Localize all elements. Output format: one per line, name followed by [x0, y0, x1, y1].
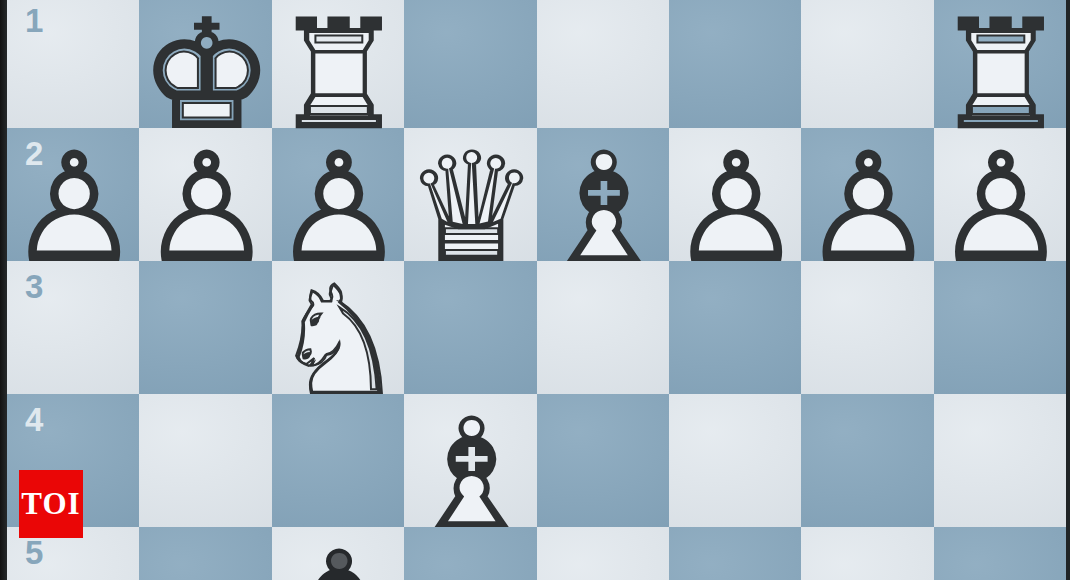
rank-label-4: 4 [25, 403, 43, 436]
white-pawn-outline: ♙ [669, 133, 803, 283]
white-king[interactable]: ♚♔ [139, 0, 271, 128]
white-pawn-outline: ♙ [801, 133, 935, 283]
toi-logo: TOI [19, 470, 83, 538]
screenshot-stage: 1♚♔♜♖♜♖2♟♙♟♙♟♙♛♕♝♗♟♙♟♙♟♙3♞♘4♝♗5♝♗ TOI [0, 0, 1070, 580]
black-bishop-outline: ♗ [272, 532, 406, 580]
square-h1[interactable]: 1 [7, 0, 139, 128]
square-d5[interactable] [537, 527, 669, 580]
square-g4[interactable] [139, 394, 271, 527]
white-bishop-outline: ♗ [404, 399, 538, 549]
square-a4[interactable] [934, 394, 1066, 527]
rank-label-1: 1 [25, 4, 43, 37]
square-e1[interactable] [404, 0, 536, 128]
square-e2[interactable]: ♛♕ [404, 128, 536, 261]
square-b1[interactable] [801, 0, 933, 128]
square-d1[interactable] [537, 0, 669, 128]
square-b4[interactable] [801, 394, 933, 527]
right-edge-bar [1066, 0, 1070, 580]
square-c4[interactable] [669, 394, 801, 527]
white-pawn-outline: ♙ [934, 133, 1068, 283]
white-pawn[interactable]: ♟♙ [669, 128, 801, 261]
left-edge-bar [0, 0, 7, 580]
white-queen-outline: ♕ [404, 133, 538, 283]
square-a1[interactable]: ♜♖ [934, 0, 1066, 128]
square-d2[interactable]: ♝♗ [537, 128, 669, 261]
white-rook[interactable]: ♜♖ [934, 0, 1066, 128]
square-c2[interactable]: ♟♙ [669, 128, 801, 261]
square-a5[interactable] [934, 527, 1066, 580]
square-f1[interactable]: ♜♖ [272, 0, 404, 128]
white-bishop-outline: ♗ [537, 133, 671, 283]
square-c1[interactable] [669, 0, 801, 128]
square-f5[interactable]: ♝♗ [272, 527, 404, 580]
white-knight[interactable]: ♞♘ [272, 261, 404, 394]
square-f3[interactable]: ♞♘ [272, 261, 404, 394]
square-a2[interactable]: ♟♙ [934, 128, 1066, 261]
square-b2[interactable]: ♟♙ [801, 128, 933, 261]
white-queen[interactable]: ♛♕ [404, 128, 536, 261]
square-d4[interactable] [537, 394, 669, 527]
white-bishop[interactable]: ♝♗ [404, 394, 536, 527]
black-bishop[interactable]: ♝♗ [272, 527, 404, 580]
square-h2[interactable]: 2♟♙ [7, 128, 139, 261]
rank-label-2: 2 [25, 137, 43, 170]
square-g1[interactable]: ♚♔ [139, 0, 271, 128]
white-pawn[interactable]: ♟♙ [801, 128, 933, 261]
white-bishop[interactable]: ♝♗ [537, 128, 669, 261]
white-knight-outline: ♘ [272, 266, 406, 416]
white-rook[interactable]: ♜♖ [272, 0, 404, 128]
square-c5[interactable] [669, 527, 801, 580]
square-g2[interactable]: ♟♙ [139, 128, 271, 261]
white-pawn-outline: ♙ [139, 133, 273, 283]
square-g5[interactable] [139, 527, 271, 580]
square-e4[interactable]: ♝♗ [404, 394, 536, 527]
chess-board: 1♚♔♜♖♜♖2♟♙♟♙♟♙♛♕♝♗♟♙♟♙♟♙3♞♘4♝♗5♝♗ [7, 0, 1066, 580]
white-pawn[interactable]: ♟♙ [139, 128, 271, 261]
square-b5[interactable] [801, 527, 933, 580]
square-f2[interactable]: ♟♙ [272, 128, 404, 261]
white-pawn[interactable]: ♟♙ [272, 128, 404, 261]
rank-label-3: 3 [25, 270, 43, 303]
rank-label-5: 5 [25, 536, 43, 569]
white-pawn[interactable]: ♟♙ [934, 128, 1066, 261]
